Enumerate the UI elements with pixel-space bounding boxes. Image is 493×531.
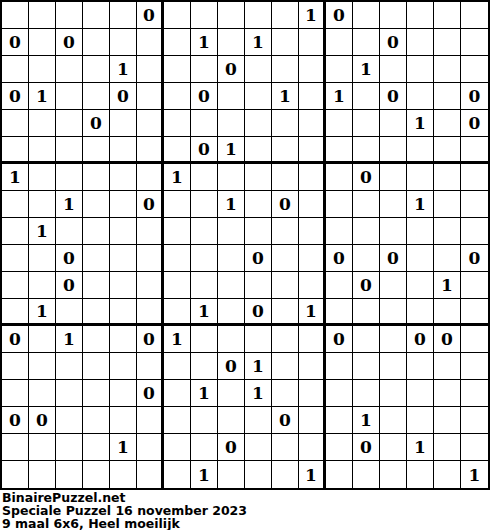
cell-r3c17[interactable] — [434, 56, 461, 83]
cell-r17c3[interactable] — [56, 434, 83, 461]
cell-r15c7[interactable] — [164, 380, 191, 407]
cell-r1c16[interactable] — [407, 2, 434, 29]
cell-r14c7[interactable] — [164, 353, 191, 380]
cell-r2c6[interactable] — [137, 29, 164, 56]
cell-r15c18[interactable] — [461, 380, 488, 407]
cell-r4c6[interactable] — [137, 83, 164, 110]
cell-r9c3[interactable] — [56, 218, 83, 245]
cell-r16c16[interactable] — [407, 407, 434, 434]
cell-r8c6: 0 — [137, 191, 164, 218]
cell-r3c4[interactable] — [83, 56, 110, 83]
cell-r14c14[interactable] — [353, 353, 380, 380]
cell-r7c18[interactable] — [461, 164, 488, 191]
cell-r3c12[interactable] — [299, 56, 326, 83]
cell-r7c1: 1 — [2, 164, 29, 191]
cell-r10c11[interactable] — [272, 245, 299, 272]
cell-r9c15[interactable] — [380, 218, 407, 245]
cell-r4c7[interactable] — [164, 83, 191, 110]
cell-r17c8[interactable] — [191, 434, 218, 461]
cell-r17c9: 0 — [218, 434, 245, 461]
cell-r11c3: 0 — [56, 272, 83, 299]
cell-r4c13: 1 — [326, 83, 353, 110]
cell-r5c4: 0 — [83, 110, 110, 137]
cell-r16c10[interactable] — [245, 407, 272, 434]
cell-r2c16[interactable] — [407, 29, 434, 56]
cell-r4c16[interactable] — [407, 83, 434, 110]
cell-r5c3[interactable] — [56, 110, 83, 137]
cell-r2c13[interactable] — [326, 29, 353, 56]
cell-r7c9[interactable] — [218, 164, 245, 191]
cell-r7c7: 1 — [164, 164, 191, 191]
cell-r12c16[interactable] — [407, 299, 434, 326]
cell-r1c4[interactable] — [83, 2, 110, 29]
cell-r14c13[interactable] — [326, 353, 353, 380]
cell-r9c4[interactable] — [83, 218, 110, 245]
cell-r16c4[interactable] — [83, 407, 110, 434]
cell-r1c14[interactable] — [353, 2, 380, 29]
cell-r9c16[interactable] — [407, 218, 434, 245]
cell-r9c8[interactable] — [191, 218, 218, 245]
cell-r6c5[interactable] — [110, 137, 137, 164]
cell-r12c17[interactable] — [434, 299, 461, 326]
cell-r11c2[interactable] — [29, 272, 56, 299]
cell-r9c18[interactable] — [461, 218, 488, 245]
cell-r2c10: 1 — [245, 29, 272, 56]
cell-r11c12[interactable] — [299, 272, 326, 299]
cell-r4c15: 0 — [380, 83, 407, 110]
cell-r9c14[interactable] — [353, 218, 380, 245]
cell-r17c1[interactable] — [2, 434, 29, 461]
cell-r12c18[interactable] — [461, 299, 488, 326]
cell-r18c5[interactable] — [110, 461, 137, 488]
cell-r9c9[interactable] — [218, 218, 245, 245]
cell-r5c8[interactable] — [191, 110, 218, 137]
cell-r9c11[interactable] — [272, 218, 299, 245]
cell-r17c6[interactable] — [137, 434, 164, 461]
cell-r13c8[interactable] — [191, 326, 218, 353]
cell-r6c2[interactable] — [29, 137, 56, 164]
cell-r10c2[interactable] — [29, 245, 56, 272]
cell-r17c10[interactable] — [245, 434, 272, 461]
cell-r13c6: 0 — [137, 326, 164, 353]
cell-r14c4[interactable] — [83, 353, 110, 380]
cell-r7c15[interactable] — [380, 164, 407, 191]
cell-r2c14[interactable] — [353, 29, 380, 56]
cell-r10c7[interactable] — [164, 245, 191, 272]
cell-r1c11[interactable] — [272, 2, 299, 29]
cell-r3c10[interactable] — [245, 56, 272, 83]
cell-r6c17[interactable] — [434, 137, 461, 164]
cell-r4c9[interactable] — [218, 83, 245, 110]
cell-r8c9: 1 — [218, 191, 245, 218]
cell-r17c12[interactable] — [299, 434, 326, 461]
cell-r14c3[interactable] — [56, 353, 83, 380]
cell-r14c11[interactable] — [272, 353, 299, 380]
cell-r5c18: 0 — [461, 110, 488, 137]
cell-r17c2[interactable] — [29, 434, 56, 461]
cell-r10c8[interactable] — [191, 245, 218, 272]
cell-r15c4[interactable] — [83, 380, 110, 407]
cell-r5c14[interactable] — [353, 110, 380, 137]
cell-r8c8[interactable] — [191, 191, 218, 218]
cell-r13c1: 0 — [2, 326, 29, 353]
cell-r9c6[interactable] — [137, 218, 164, 245]
cell-r17c18[interactable] — [461, 434, 488, 461]
cell-r4c17[interactable] — [434, 83, 461, 110]
cell-r18c3[interactable] — [56, 461, 83, 488]
cell-r16c3[interactable] — [56, 407, 83, 434]
cell-r18c8: 1 — [191, 461, 218, 488]
cell-r8c2[interactable] — [29, 191, 56, 218]
cell-r3c9: 0 — [218, 56, 245, 83]
cell-r17c16: 1 — [407, 434, 434, 461]
cell-r18c11[interactable] — [272, 461, 299, 488]
cell-r9c7[interactable] — [164, 218, 191, 245]
cell-r3c14: 1 — [353, 56, 380, 83]
cell-r8c1[interactable] — [2, 191, 29, 218]
cell-r8c10[interactable] — [245, 191, 272, 218]
cell-r15c9[interactable] — [218, 380, 245, 407]
cell-r6c11[interactable] — [272, 137, 299, 164]
cell-r18c9[interactable] — [218, 461, 245, 488]
cell-r9c2: 1 — [29, 218, 56, 245]
cell-r5c5[interactable] — [110, 110, 137, 137]
cell-r4c14[interactable] — [353, 83, 380, 110]
cell-r5c13[interactable] — [326, 110, 353, 137]
cell-r7c5[interactable] — [110, 164, 137, 191]
cell-r8c13[interactable] — [326, 191, 353, 218]
cell-r1c7[interactable] — [164, 2, 191, 29]
cell-r11c10[interactable] — [245, 272, 272, 299]
cell-r14c17[interactable] — [434, 353, 461, 380]
cell-r18c18: 1 — [461, 461, 488, 488]
cell-r15c1[interactable] — [2, 380, 29, 407]
cell-r8c5[interactable] — [110, 191, 137, 218]
cell-r12c11[interactable] — [272, 299, 299, 326]
cell-r5c9[interactable] — [218, 110, 245, 137]
cell-r6c15[interactable] — [380, 137, 407, 164]
cell-r3c11[interactable] — [272, 56, 299, 83]
cell-r1c5[interactable] — [110, 2, 137, 29]
cell-r3c3[interactable] — [56, 56, 83, 83]
cell-r14c12[interactable] — [299, 353, 326, 380]
cell-r4c4[interactable] — [83, 83, 110, 110]
cell-r2c5[interactable] — [110, 29, 137, 56]
cell-r6c16[interactable] — [407, 137, 434, 164]
cell-r3c8[interactable] — [191, 56, 218, 83]
cell-r18c16[interactable] — [407, 461, 434, 488]
cell-r15c8: 1 — [191, 380, 218, 407]
cell-r9c10[interactable] — [245, 218, 272, 245]
cell-r16c12[interactable] — [299, 407, 326, 434]
cell-r16c15[interactable] — [380, 407, 407, 434]
cell-r16c6[interactable] — [137, 407, 164, 434]
cell-r13c5[interactable] — [110, 326, 137, 353]
cell-r11c5[interactable] — [110, 272, 137, 299]
cell-r11c11[interactable] — [272, 272, 299, 299]
cell-r1c17[interactable] — [434, 2, 461, 29]
cell-r9c12[interactable] — [299, 218, 326, 245]
cell-r18c7[interactable] — [164, 461, 191, 488]
cell-r12c5[interactable] — [110, 299, 137, 326]
cell-r12c7[interactable] — [164, 299, 191, 326]
cell-r11c13[interactable] — [326, 272, 353, 299]
cell-r5c7[interactable] — [164, 110, 191, 137]
cell-r13c14[interactable] — [353, 326, 380, 353]
cell-r1c3[interactable] — [56, 2, 83, 29]
cell-r18c4[interactable] — [83, 461, 110, 488]
cell-r12c4[interactable] — [83, 299, 110, 326]
cell-r14c1[interactable] — [2, 353, 29, 380]
cell-r2c2[interactable] — [29, 29, 56, 56]
cell-r7c4[interactable] — [83, 164, 110, 191]
cell-r3c1[interactable] — [2, 56, 29, 83]
cell-r7c3[interactable] — [56, 164, 83, 191]
cell-r12c14[interactable] — [353, 299, 380, 326]
cell-r13c11[interactable] — [272, 326, 299, 353]
cell-r5c1[interactable] — [2, 110, 29, 137]
cell-r10c9[interactable] — [218, 245, 245, 272]
cell-r11c7[interactable] — [164, 272, 191, 299]
cell-r1c12: 1 — [299, 2, 326, 29]
cell-r11c1[interactable] — [2, 272, 29, 299]
cell-r7c8[interactable] — [191, 164, 218, 191]
cell-r3c6[interactable] — [137, 56, 164, 83]
cell-r10c12[interactable] — [299, 245, 326, 272]
cell-r15c3[interactable] — [56, 380, 83, 407]
cell-r12c3[interactable] — [56, 299, 83, 326]
cell-r11c14: 0 — [353, 272, 380, 299]
cell-r13c15[interactable] — [380, 326, 407, 353]
cell-r18c17[interactable] — [434, 461, 461, 488]
cell-r13c16: 0 — [407, 326, 434, 353]
cell-r13c4[interactable] — [83, 326, 110, 353]
binary-puzzle-board: 0100011010101001100010011101010110000000… — [0, 0, 490, 490]
cell-r6c13[interactable] — [326, 137, 353, 164]
cell-r17c13[interactable] — [326, 434, 353, 461]
cell-r16c13[interactable] — [326, 407, 353, 434]
cell-r9c17[interactable] — [434, 218, 461, 245]
cell-r3c18[interactable] — [461, 56, 488, 83]
cell-r10c16[interactable] — [407, 245, 434, 272]
cell-r15c2[interactable] — [29, 380, 56, 407]
cell-r11c15[interactable] — [380, 272, 407, 299]
cell-r11c6[interactable] — [137, 272, 164, 299]
cell-r5c17[interactable] — [434, 110, 461, 137]
puzzle-spec: 9 maal 6x6, Heel moeilijk — [2, 517, 493, 530]
cell-r4c10[interactable] — [245, 83, 272, 110]
cell-r17c17[interactable] — [434, 434, 461, 461]
cell-r5c10[interactable] — [245, 110, 272, 137]
cell-r15c14[interactable] — [353, 380, 380, 407]
cell-r13c3: 1 — [56, 326, 83, 353]
cell-r1c18[interactable] — [461, 2, 488, 29]
cell-r7c14: 0 — [353, 164, 380, 191]
cell-r6c4[interactable] — [83, 137, 110, 164]
cell-r1c10[interactable] — [245, 2, 272, 29]
cell-r5c15[interactable] — [380, 110, 407, 137]
cell-r15c15[interactable] — [380, 380, 407, 407]
cell-r11c16[interactable] — [407, 272, 434, 299]
cell-r2c8: 1 — [191, 29, 218, 56]
cell-r4c1: 0 — [2, 83, 29, 110]
cell-r4c12[interactable] — [299, 83, 326, 110]
cell-r11c8[interactable] — [191, 272, 218, 299]
cell-r14c8[interactable] — [191, 353, 218, 380]
cell-r18c10[interactable] — [245, 461, 272, 488]
cell-r3c15[interactable] — [380, 56, 407, 83]
cell-r9c1[interactable] — [2, 218, 29, 245]
cell-r7c11[interactable] — [272, 164, 299, 191]
cell-r15c6: 0 — [137, 380, 164, 407]
cell-r6c8: 0 — [191, 137, 218, 164]
cell-r6c10[interactable] — [245, 137, 272, 164]
cell-r7c13[interactable] — [326, 164, 353, 191]
cell-r15c11[interactable] — [272, 380, 299, 407]
cell-r2c7[interactable] — [164, 29, 191, 56]
cell-r16c9[interactable] — [218, 407, 245, 434]
cell-r5c16: 1 — [407, 110, 434, 137]
cell-r18c1[interactable] — [2, 461, 29, 488]
cell-r1c8[interactable] — [191, 2, 218, 29]
cell-r16c1: 0 — [2, 407, 29, 434]
cell-r15c17[interactable] — [434, 380, 461, 407]
cell-r12c1[interactable] — [2, 299, 29, 326]
cell-r13c9[interactable] — [218, 326, 245, 353]
cell-r2c4[interactable] — [83, 29, 110, 56]
cell-r12c9[interactable] — [218, 299, 245, 326]
cell-r15c12[interactable] — [299, 380, 326, 407]
cell-r7c16[interactable] — [407, 164, 434, 191]
cell-r14c9: 0 — [218, 353, 245, 380]
cell-r8c17[interactable] — [434, 191, 461, 218]
cell-r17c5: 1 — [110, 434, 137, 461]
cell-r14c6[interactable] — [137, 353, 164, 380]
cell-r4c5: 0 — [110, 83, 137, 110]
cell-r1c2[interactable] — [29, 2, 56, 29]
cell-r1c1[interactable] — [2, 2, 29, 29]
cell-r13c18[interactable] — [461, 326, 488, 353]
cell-r14c15[interactable] — [380, 353, 407, 380]
cell-r1c9[interactable] — [218, 2, 245, 29]
cell-r12c10: 0 — [245, 299, 272, 326]
cell-r6c6[interactable] — [137, 137, 164, 164]
cell-r7c6[interactable] — [137, 164, 164, 191]
cell-r8c15[interactable] — [380, 191, 407, 218]
cell-r7c10[interactable] — [245, 164, 272, 191]
cell-r2c9[interactable] — [218, 29, 245, 56]
cell-r16c17[interactable] — [434, 407, 461, 434]
cell-r10c6[interactable] — [137, 245, 164, 272]
cell-r6c12[interactable] — [299, 137, 326, 164]
cell-r13c12[interactable] — [299, 326, 326, 353]
cell-r16c8[interactable] — [191, 407, 218, 434]
cell-r12c6[interactable] — [137, 299, 164, 326]
cell-r6c1[interactable] — [2, 137, 29, 164]
cell-r6c7[interactable] — [164, 137, 191, 164]
cell-r1c15[interactable] — [380, 2, 407, 29]
cell-r11c9[interactable] — [218, 272, 245, 299]
cell-r5c6[interactable] — [137, 110, 164, 137]
cell-r10c14[interactable] — [353, 245, 380, 272]
cell-r5c2[interactable] — [29, 110, 56, 137]
cell-r12c2: 1 — [29, 299, 56, 326]
cell-r18c2[interactable] — [29, 461, 56, 488]
cell-r17c7[interactable] — [164, 434, 191, 461]
cell-r6c14[interactable] — [353, 137, 380, 164]
cell-r18c15[interactable] — [380, 461, 407, 488]
cell-r4c8: 0 — [191, 83, 218, 110]
cell-r13c7: 1 — [164, 326, 191, 353]
cell-r7c12[interactable] — [299, 164, 326, 191]
cell-r12c15[interactable] — [380, 299, 407, 326]
cell-r8c18[interactable] — [461, 191, 488, 218]
cell-r10c4[interactable] — [83, 245, 110, 272]
cell-r14c2[interactable] — [29, 353, 56, 380]
cell-r10c1[interactable] — [2, 245, 29, 272]
cell-r14c5[interactable] — [110, 353, 137, 380]
cell-r2c11[interactable] — [272, 29, 299, 56]
cell-r3c5: 1 — [110, 56, 137, 83]
cell-r17c15[interactable] — [380, 434, 407, 461]
cell-r8c7[interactable] — [164, 191, 191, 218]
cell-r4c3[interactable] — [56, 83, 83, 110]
cell-r18c13[interactable] — [326, 461, 353, 488]
cell-r3c2[interactable] — [29, 56, 56, 83]
cell-r18c14[interactable] — [353, 461, 380, 488]
cell-r2c17[interactable] — [434, 29, 461, 56]
cell-r10c17[interactable] — [434, 245, 461, 272]
cell-r11c4[interactable] — [83, 272, 110, 299]
cell-r8c12[interactable] — [299, 191, 326, 218]
cell-r16c11: 0 — [272, 407, 299, 434]
cell-r7c2[interactable] — [29, 164, 56, 191]
cell-r6c3[interactable] — [56, 137, 83, 164]
cell-r17c11[interactable] — [272, 434, 299, 461]
cell-r16c5[interactable] — [110, 407, 137, 434]
cell-r6c18[interactable] — [461, 137, 488, 164]
cell-r3c13[interactable] — [326, 56, 353, 83]
cell-r14c18[interactable] — [461, 353, 488, 380]
cell-r14c16[interactable] — [407, 353, 434, 380]
cell-r17c4[interactable] — [83, 434, 110, 461]
cell-r8c14[interactable] — [353, 191, 380, 218]
cell-r5c11[interactable] — [272, 110, 299, 137]
cell-r16c18[interactable] — [461, 407, 488, 434]
cell-r8c4[interactable] — [83, 191, 110, 218]
cell-r16c7[interactable] — [164, 407, 191, 434]
cell-r15c5[interactable] — [110, 380, 137, 407]
cell-r10c5[interactable] — [110, 245, 137, 272]
cell-r15c13[interactable] — [326, 380, 353, 407]
cell-r3c16[interactable] — [407, 56, 434, 83]
cell-r13c10[interactable] — [245, 326, 272, 353]
cell-r14c10: 1 — [245, 353, 272, 380]
cell-r9c13[interactable] — [326, 218, 353, 245]
cell-r2c18[interactable] — [461, 29, 488, 56]
cell-r13c2[interactable] — [29, 326, 56, 353]
cell-r11c18[interactable] — [461, 272, 488, 299]
cell-r2c12[interactable] — [299, 29, 326, 56]
cell-r12c13[interactable] — [326, 299, 353, 326]
cell-r3c7[interactable] — [164, 56, 191, 83]
cell-r18c6[interactable] — [137, 461, 164, 488]
cell-r7c17[interactable] — [434, 164, 461, 191]
cell-r9c5[interactable] — [110, 218, 137, 245]
cell-r5c12[interactable] — [299, 110, 326, 137]
cell-r12c12: 1 — [299, 299, 326, 326]
cell-r15c16[interactable] — [407, 380, 434, 407]
